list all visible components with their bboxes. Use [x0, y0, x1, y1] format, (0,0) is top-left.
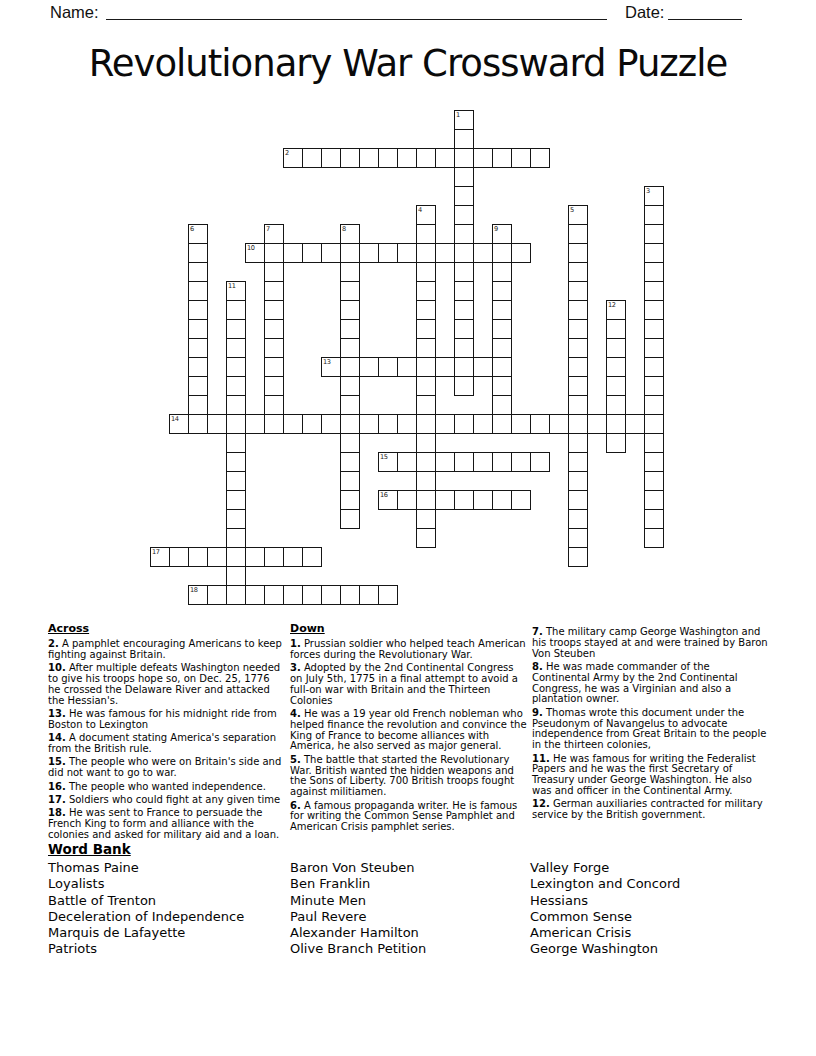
cell-r7c11[interactable] [359, 243, 379, 263]
cell-r11c4[interactable] [226, 319, 246, 339]
cell-r16c5[interactable] [245, 414, 265, 434]
cell-r18c20[interactable] [530, 452, 550, 472]
cell-r25c11[interactable] [359, 585, 379, 605]
cell-r13c12[interactable] [378, 357, 398, 377]
cell-r14c22[interactable] [568, 376, 588, 396]
clue-across-16: 16. The people who wanted independence. [48, 782, 285, 793]
cell-r16c18[interactable] [492, 414, 512, 434]
cell-r25c2[interactable]: 18 [188, 585, 208, 605]
cell-r6c18[interactable]: 9 [492, 224, 512, 244]
date-label: Date: [625, 3, 664, 22]
cell-r9c6[interactable] [264, 281, 284, 301]
cell-number-4: 4 [418, 206, 422, 214]
word-bank-item: Deceleration of Independence [48, 909, 244, 925]
cell-r14c10[interactable] [340, 376, 360, 396]
cell-r10c24[interactable]: 12 [606, 300, 626, 320]
clue-across-2: 2. A pamphlet encouraging Americans to k… [48, 639, 285, 661]
cell-r6c14[interactable] [416, 224, 436, 244]
cell-r11c22[interactable] [568, 319, 588, 339]
cell-r12c24[interactable] [606, 338, 626, 358]
cell-r21c4[interactable] [226, 509, 246, 529]
cell-r19c10[interactable] [340, 471, 360, 491]
cell-r10c16[interactable] [454, 300, 474, 320]
cell-r15c10[interactable] [340, 395, 360, 415]
cell-r15c2[interactable] [188, 395, 208, 415]
cell-r21c22[interactable] [568, 509, 588, 529]
cell-r13c18[interactable] [492, 357, 512, 377]
cell-r0c16[interactable]: 1 [454, 110, 474, 130]
cell-r16c14[interactable] [416, 414, 436, 434]
cell-r11c6[interactable] [264, 319, 284, 339]
cell-r17c14[interactable] [416, 433, 436, 453]
cell-r25c7[interactable] [283, 585, 303, 605]
cell-r9c16[interactable] [454, 281, 474, 301]
cell-r18c17[interactable] [473, 452, 493, 472]
clue-down-12: 12. German auxiliaries contracted for mi… [532, 799, 769, 821]
cell-r20c13[interactable] [397, 490, 417, 510]
cell-r11c18[interactable] [492, 319, 512, 339]
cell-r13c17[interactable] [473, 357, 493, 377]
word-bank-item: Paul Revere [290, 909, 426, 925]
cell-r16c3[interactable] [207, 414, 227, 434]
cell-r16c26[interactable] [644, 414, 664, 434]
cell-r7c26[interactable] [644, 243, 664, 263]
cell-r21c10[interactable] [340, 509, 360, 529]
cell-r16c16[interactable] [454, 414, 474, 434]
cell-r2c15[interactable] [435, 148, 455, 168]
cell-r13c11[interactable] [359, 357, 379, 377]
cell-r17c10[interactable] [340, 433, 360, 453]
cell-r7c13[interactable] [397, 243, 417, 263]
cell-r12c18[interactable] [492, 338, 512, 358]
clue-down-9: 9. Thomas wrote this document under the … [532, 708, 769, 751]
cell-r9c22[interactable] [568, 281, 588, 301]
word-bank-item: Baron Von Steuben [290, 860, 426, 876]
cell-r8c26[interactable] [644, 262, 664, 282]
cell-number-17: 17 [152, 548, 160, 556]
cell-r7c15[interactable] [435, 243, 455, 263]
cell-r16c6[interactable] [264, 414, 284, 434]
cell-r12c2[interactable] [188, 338, 208, 358]
cell-r20c16[interactable] [454, 490, 474, 510]
clue-across-15: 15. The people who were on Britain's sid… [48, 757, 285, 779]
cell-r22c22[interactable] [568, 528, 588, 548]
cell-r6c22[interactable] [568, 224, 588, 244]
cell-r2c13[interactable] [397, 148, 417, 168]
cell-r16c11[interactable] [359, 414, 379, 434]
cell-r18c15[interactable] [435, 452, 455, 472]
cell-r16c17[interactable] [473, 414, 493, 434]
cell-r20c22[interactable] [568, 490, 588, 510]
cell-r25c10[interactable] [340, 585, 360, 605]
word-bank-item: Olive Branch Petition [290, 941, 426, 957]
cell-r18c19[interactable] [511, 452, 531, 472]
cell-r5c22[interactable]: 5 [568, 205, 588, 225]
cell-r2c16[interactable] [454, 148, 474, 168]
cell-r16c10[interactable] [340, 414, 360, 434]
clue-across-10: 10. After multiple defeats Washington ne… [48, 663, 285, 706]
cell-r2c20[interactable] [530, 148, 550, 168]
cell-r9c18[interactable] [492, 281, 512, 301]
across-clues-column: Across 2. A pamphlet encouraging America… [48, 622, 285, 843]
crossword-grid: 123456789101112131415161718 [150, 110, 665, 606]
cell-r18c12[interactable]: 15 [378, 452, 398, 472]
cell-r10c22[interactable] [568, 300, 588, 320]
cell-r13c22[interactable] [568, 357, 588, 377]
cell-r8c6[interactable] [264, 262, 284, 282]
cell-r7c5[interactable]: 10 [245, 243, 265, 263]
cell-r13c9[interactable]: 13 [321, 357, 341, 377]
cell-r25c4[interactable] [226, 585, 246, 605]
word-bank-item: George Washington [530, 941, 680, 957]
cell-r6c26[interactable] [644, 224, 664, 244]
clue-down-4: 4. He was a 19 year old French nobleman … [290, 709, 527, 752]
cell-r13c2[interactable] [188, 357, 208, 377]
cell-r5c26[interactable] [644, 205, 664, 225]
cell-r19c22[interactable] [568, 471, 588, 491]
cell-r18c14[interactable] [416, 452, 436, 472]
cell-r7c8[interactable] [302, 243, 322, 263]
cell-r16c25[interactable] [625, 414, 645, 434]
clue-down-6: 6. A famous propaganda writer. He is fam… [290, 801, 527, 833]
cell-r16c13[interactable] [397, 414, 417, 434]
cell-number-15: 15 [380, 453, 388, 461]
cell-r7c22[interactable] [568, 243, 588, 263]
cell-r16c22[interactable] [568, 414, 588, 434]
cell-r23c4[interactable] [226, 547, 246, 567]
cell-r20c18[interactable] [492, 490, 512, 510]
cell-r2c14[interactable] [416, 148, 436, 168]
cell-r4c16[interactable] [454, 186, 474, 206]
cell-r2c9[interactable] [321, 148, 341, 168]
cell-r2c7[interactable]: 2 [283, 148, 303, 168]
cell-r6c16[interactable] [454, 224, 474, 244]
cell-r16c23[interactable] [587, 414, 607, 434]
cell-r13c15[interactable] [435, 357, 455, 377]
cell-r19c4[interactable] [226, 471, 246, 491]
cell-r13c10[interactable] [340, 357, 360, 377]
cell-r20c14[interactable] [416, 490, 436, 510]
cell-r6c2[interactable]: 6 [188, 224, 208, 244]
cell-r18c16[interactable] [454, 452, 474, 472]
word-bank-item: Alexander Hamilton [290, 925, 426, 941]
cell-r23c5[interactable] [245, 547, 265, 567]
cell-number-3: 3 [646, 187, 650, 195]
cell-r12c22[interactable] [568, 338, 588, 358]
cell-r7c10[interactable] [340, 243, 360, 263]
cell-r15c24[interactable] [606, 395, 626, 415]
clue-down-11: 11. He was famous for writing the Federa… [532, 754, 769, 797]
cell-r18c26[interactable] [644, 452, 664, 472]
cell-r16c8[interactable] [302, 414, 322, 434]
cell-r5c14[interactable]: 4 [416, 205, 436, 225]
word-bank-item: Loyalists [48, 876, 244, 892]
cell-number-18: 18 [190, 586, 198, 594]
name-write-line[interactable] [106, 19, 607, 20]
word-bank-header: Word Bank [48, 841, 131, 857]
clue-down-3: 3. Adopted by the 2nd Continental Congre… [290, 663, 527, 706]
cell-r15c22[interactable] [568, 395, 588, 415]
cell-r8c10[interactable] [340, 262, 360, 282]
cell-r21c14[interactable] [416, 509, 436, 529]
cell-r8c16[interactable] [454, 262, 474, 282]
cell-r11c10[interactable] [340, 319, 360, 339]
cell-r24c4[interactable] [226, 566, 246, 586]
word-bank-item: Common Sense [530, 909, 680, 925]
cell-r23c7[interactable] [283, 547, 303, 567]
cell-r14c16[interactable] [454, 376, 474, 396]
cell-r21c26[interactable] [644, 509, 664, 529]
cell-r7c9[interactable] [321, 243, 341, 263]
cell-r6c6[interactable]: 7 [264, 224, 284, 244]
clue-across-14: 14. A document stating America's separat… [48, 733, 285, 755]
cell-r15c6[interactable] [264, 395, 284, 415]
clue-across-13: 13. He was famous for his midnight ride … [48, 709, 285, 731]
cell-r20c12[interactable]: 16 [378, 490, 398, 510]
cell-r20c17[interactable] [473, 490, 493, 510]
cell-r8c22[interactable] [568, 262, 588, 282]
cell-r18c18[interactable] [492, 452, 512, 472]
cell-r5c16[interactable] [454, 205, 474, 225]
word-bank-column-3: Valley ForgeLexington and ConcordHessian… [530, 860, 680, 958]
cell-r2c17[interactable] [473, 148, 493, 168]
cell-r20c10[interactable] [340, 490, 360, 510]
cell-r7c18[interactable] [492, 243, 512, 263]
cell-r9c4[interactable]: 11 [226, 281, 246, 301]
cell-r16c24[interactable] [606, 414, 626, 434]
cell-r16c12[interactable] [378, 414, 398, 434]
name-label: Name: [50, 3, 99, 22]
word-bank-item: Thomas Paine [48, 860, 244, 876]
down-clue-list-2: 7. The military camp George Washington a… [532, 627, 769, 821]
cell-r17c26[interactable] [644, 433, 664, 453]
cell-r16c19[interactable] [511, 414, 531, 434]
cell-r14c4[interactable] [226, 376, 246, 396]
cell-r14c24[interactable] [606, 376, 626, 396]
word-bank-item: Battle of Trenton [48, 893, 244, 909]
cell-r12c10[interactable] [340, 338, 360, 358]
cell-r15c18[interactable] [492, 395, 512, 415]
cell-r8c2[interactable] [188, 262, 208, 282]
cell-r10c14[interactable] [416, 300, 436, 320]
clue-down-7: 7. The military camp George Washington a… [532, 627, 769, 659]
cell-r9c2[interactable] [188, 281, 208, 301]
cell-r25c5[interactable] [245, 585, 265, 605]
cell-r7c12[interactable] [378, 243, 398, 263]
cell-r8c14[interactable] [416, 262, 436, 282]
cell-r7c6[interactable] [264, 243, 284, 263]
word-bank-item: Valley Forge [530, 860, 680, 876]
cell-r10c4[interactable] [226, 300, 246, 320]
cell-r17c24[interactable] [606, 433, 626, 453]
cell-r10c26[interactable] [644, 300, 664, 320]
across-clue-list: 2. A pamphlet encouraging Americans to k… [48, 639, 285, 841]
word-bank-item: Patriots [48, 941, 244, 957]
cell-r7c14[interactable] [416, 243, 436, 263]
cell-r15c4[interactable] [226, 395, 246, 415]
cell-r14c6[interactable] [264, 376, 284, 396]
cell-r11c14[interactable] [416, 319, 436, 339]
cell-r4c26[interactable]: 3 [644, 186, 664, 206]
cell-r14c26[interactable] [644, 376, 664, 396]
cell-r7c19[interactable] [511, 243, 531, 263]
cell-r25c6[interactable] [264, 585, 284, 605]
cell-r25c8[interactable] [302, 585, 322, 605]
word-bank-item: Hessians [530, 893, 680, 909]
cell-r16c21[interactable] [549, 414, 569, 434]
cell-r8c18[interactable] [492, 262, 512, 282]
cell-r12c14[interactable] [416, 338, 436, 358]
cell-r10c2[interactable] [188, 300, 208, 320]
cell-r23c0[interactable]: 17 [150, 547, 170, 567]
word-bank-column-2: Baron Von SteubenBen FranklinMinute MenP… [290, 860, 426, 958]
cell-number-9: 9 [494, 225, 498, 233]
cell-r16c1[interactable]: 14 [169, 414, 189, 434]
across-header: Across [48, 622, 285, 635]
cell-r13c16[interactable] [454, 357, 474, 377]
cell-number-10: 10 [247, 244, 255, 252]
cell-r16c15[interactable] [435, 414, 455, 434]
clue-across-18: 18. He was sent to France to persuade th… [48, 808, 285, 840]
cell-r7c17[interactable] [473, 243, 493, 263]
cell-r11c24[interactable] [606, 319, 626, 339]
down-header: Down [290, 622, 527, 635]
cell-r23c6[interactable] [264, 547, 284, 567]
cell-r20c4[interactable] [226, 490, 246, 510]
cell-r2c18[interactable] [492, 148, 512, 168]
cell-r13c26[interactable] [644, 357, 664, 377]
cell-r1c16[interactable] [454, 129, 474, 149]
cell-number-6: 6 [190, 225, 194, 233]
cell-r13c24[interactable] [606, 357, 626, 377]
cell-r6c10[interactable]: 8 [340, 224, 360, 244]
cell-r12c16[interactable] [454, 338, 474, 358]
cell-r22c4[interactable] [226, 528, 246, 548]
cell-r14c14[interactable] [416, 376, 436, 396]
cell-r16c9[interactable] [321, 414, 341, 434]
cell-r22c14[interactable] [416, 528, 436, 548]
word-bank-item: Minute Men [290, 893, 426, 909]
cell-r9c14[interactable] [416, 281, 436, 301]
cell-number-14: 14 [171, 415, 179, 423]
cell-r2c19[interactable] [511, 148, 531, 168]
cell-r9c10[interactable] [340, 281, 360, 301]
cell-r2c12[interactable] [378, 148, 398, 168]
cell-r13c6[interactable] [264, 357, 284, 377]
cell-r18c10[interactable] [340, 452, 360, 472]
cell-r16c2[interactable] [188, 414, 208, 434]
cell-r12c6[interactable] [264, 338, 284, 358]
cell-r7c7[interactable] [283, 243, 303, 263]
cell-r19c14[interactable] [416, 471, 436, 491]
cell-r13c14[interactable] [416, 357, 436, 377]
cell-number-1: 1 [456, 111, 460, 119]
cell-r2c11[interactable] [359, 148, 379, 168]
cell-number-12: 12 [608, 301, 616, 309]
date-write-line[interactable] [668, 19, 742, 20]
cell-r12c4[interactable] [226, 338, 246, 358]
cell-r23c8[interactable] [302, 547, 322, 567]
cell-r16c7[interactable] [283, 414, 303, 434]
word-bank-column-1: Thomas PaineLoyalistsBattle of TrentonDe… [48, 860, 244, 958]
cell-r18c4[interactable] [226, 452, 246, 472]
word-bank-item: Marquis de Lafayette [48, 925, 244, 941]
cell-r3c16[interactable] [454, 167, 474, 187]
clue-down-8: 8. He was made commander of the Continen… [532, 662, 769, 705]
cell-r14c2[interactable] [188, 376, 208, 396]
cell-r25c12[interactable] [378, 585, 398, 605]
clue-down-5: 5. The battle that started the Revolutio… [290, 755, 527, 798]
cell-number-2: 2 [285, 149, 289, 157]
cell-number-5: 5 [570, 206, 574, 214]
cell-r13c13[interactable] [397, 357, 417, 377]
clue-down-1: 1. Prussian soldier who helped teach Ame… [290, 639, 527, 661]
down-clues-column-2: 7. The military camp George Washington a… [532, 627, 769, 824]
down-clue-list-1: 1. Prussian soldier who helped teach Ame… [290, 639, 527, 833]
cell-number-11: 11 [228, 282, 236, 290]
down-clues-column-1: Down 1. Prussian soldier who helped teac… [290, 622, 527, 836]
cell-r2c8[interactable] [302, 148, 322, 168]
cell-number-16: 16 [380, 491, 388, 499]
cell-number-13: 13 [323, 358, 331, 366]
word-bank-item: American Crisis [530, 925, 680, 941]
cell-r19c26[interactable] [644, 471, 664, 491]
cell-r10c10[interactable] [340, 300, 360, 320]
cell-r13c4[interactable] [226, 357, 246, 377]
cell-r7c16[interactable] [454, 243, 474, 263]
page-title: Revolutionary War Crossward Puzzle [0, 42, 816, 85]
cell-r10c18[interactable] [492, 300, 512, 320]
cell-r17c22[interactable] [568, 433, 588, 453]
cell-r11c16[interactable] [454, 319, 474, 339]
cell-r10c6[interactable] [264, 300, 284, 320]
cell-r23c1[interactable] [169, 547, 189, 567]
cell-r9c26[interactable] [644, 281, 664, 301]
cell-r2c10[interactable] [340, 148, 360, 168]
cell-r20c15[interactable] [435, 490, 455, 510]
cell-r20c26[interactable] [644, 490, 664, 510]
cell-r15c26[interactable] [644, 395, 664, 415]
cell-r11c26[interactable] [644, 319, 664, 339]
cell-r25c9[interactable] [321, 585, 341, 605]
cell-r15c14[interactable] [416, 395, 436, 415]
cell-r18c22[interactable] [568, 452, 588, 472]
cell-r16c4[interactable] [226, 414, 246, 434]
cell-r17c4[interactable] [226, 433, 246, 453]
cell-r23c2[interactable] [188, 547, 208, 567]
cell-r23c22[interactable] [568, 547, 588, 567]
cell-number-8: 8 [342, 225, 346, 233]
cell-r20c19[interactable] [511, 490, 531, 510]
cell-r16c20[interactable] [530, 414, 550, 434]
cell-number-7: 7 [266, 225, 270, 233]
cell-r12c26[interactable] [644, 338, 664, 358]
cell-r7c2[interactable] [188, 243, 208, 263]
cell-r23c3[interactable] [207, 547, 227, 567]
cell-r25c3[interactable] [207, 585, 227, 605]
cell-r18c13[interactable] [397, 452, 417, 472]
cell-r11c2[interactable] [188, 319, 208, 339]
word-bank-item: Ben Franklin [290, 876, 426, 892]
clue-across-17: 17. Soldiers who could fight at any give… [48, 795, 285, 806]
cell-r22c26[interactable] [644, 528, 664, 548]
cell-r14c18[interactable] [492, 376, 512, 396]
word-bank-item: Lexington and Concord [530, 876, 680, 892]
